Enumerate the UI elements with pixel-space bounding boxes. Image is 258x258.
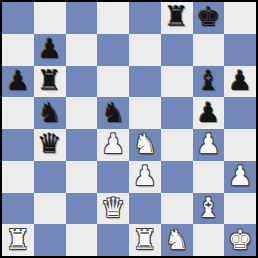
square-f5[interactable] [161,97,193,129]
piece-black-pawn: ♟ [6,67,30,94]
square-d1[interactable] [97,224,129,256]
square-e3[interactable]: ♟ [129,161,161,193]
piece-black-queen: ♛ [38,130,62,157]
square-h2[interactable] [224,193,256,225]
square-g3[interactable] [193,161,225,193]
square-d6[interactable] [97,66,129,98]
square-h1[interactable]: ♚ [224,224,256,256]
chess-board: ♜♚♟♟♜♝♟♞♞♟♛♟♞♟♟♟♛♝♜♜♞♚ [0,0,258,258]
piece-white-rook: ♜ [133,226,157,253]
piece-white-queen: ♛ [101,194,125,221]
square-f2[interactable] [161,193,193,225]
piece-white-knight: ♞ [165,226,189,253]
square-b2[interactable] [34,193,66,225]
square-g7[interactable] [193,34,225,66]
square-c2[interactable] [66,193,98,225]
piece-white-rook: ♜ [6,226,30,253]
square-g5[interactable]: ♟ [193,97,225,129]
square-g1[interactable] [193,224,225,256]
square-e2[interactable] [129,193,161,225]
square-d7[interactable] [97,34,129,66]
square-c3[interactable] [66,161,98,193]
square-e6[interactable] [129,66,161,98]
piece-black-pawn: ♟ [38,35,62,62]
square-h5[interactable] [224,97,256,129]
square-h6[interactable]: ♟ [224,66,256,98]
square-b1[interactable] [34,224,66,256]
square-b7[interactable]: ♟ [34,34,66,66]
piece-white-pawn: ♟ [101,130,125,157]
square-c5[interactable] [66,97,98,129]
square-d3[interactable] [97,161,129,193]
square-c8[interactable] [66,2,98,34]
piece-black-pawn: ♟ [228,67,252,94]
square-a2[interactable] [2,193,34,225]
square-d2[interactable]: ♛ [97,193,129,225]
square-c7[interactable] [66,34,98,66]
piece-white-king: ♚ [228,226,252,253]
square-g2[interactable]: ♝ [193,193,225,225]
square-g4[interactable]: ♟ [193,129,225,161]
square-b6[interactable]: ♜ [34,66,66,98]
square-f4[interactable] [161,129,193,161]
piece-black-bishop: ♝ [196,67,220,94]
square-d8[interactable] [97,2,129,34]
square-e7[interactable] [129,34,161,66]
square-e1[interactable]: ♜ [129,224,161,256]
square-g6[interactable]: ♝ [193,66,225,98]
square-c6[interactable] [66,66,98,98]
square-f1[interactable]: ♞ [161,224,193,256]
square-a6[interactable]: ♟ [2,66,34,98]
square-d5[interactable]: ♞ [97,97,129,129]
square-f3[interactable] [161,161,193,193]
piece-black-rook: ♜ [38,67,62,94]
piece-black-pawn: ♟ [196,99,220,126]
square-a1[interactable]: ♜ [2,224,34,256]
square-b4[interactable]: ♛ [34,129,66,161]
square-h7[interactable] [224,34,256,66]
square-f6[interactable] [161,66,193,98]
square-c1[interactable] [66,224,98,256]
piece-black-king: ♚ [196,3,220,30]
square-e5[interactable] [129,97,161,129]
square-a7[interactable] [2,34,34,66]
piece-white-pawn: ♟ [133,162,157,189]
piece-black-knight: ♞ [38,99,62,126]
square-a4[interactable] [2,129,34,161]
square-e4[interactable]: ♞ [129,129,161,161]
square-a5[interactable] [2,97,34,129]
piece-white-knight: ♞ [133,130,157,157]
square-d4[interactable]: ♟ [97,129,129,161]
chess-diagram: ♜♚♟♟♜♝♟♞♞♟♛♟♞♟♟♟♛♝♜♜♞♚ [0,0,258,258]
square-h4[interactable] [224,129,256,161]
square-a8[interactable] [2,2,34,34]
square-g8[interactable]: ♚ [193,2,225,34]
square-h8[interactable] [224,2,256,34]
piece-white-pawn: ♟ [196,130,220,157]
piece-black-rook: ♜ [165,3,189,30]
square-c4[interactable] [66,129,98,161]
square-b5[interactable]: ♞ [34,97,66,129]
square-f8[interactable]: ♜ [161,2,193,34]
square-b3[interactable] [34,161,66,193]
square-b8[interactable] [34,2,66,34]
square-h3[interactable]: ♟ [224,161,256,193]
piece-white-bishop: ♝ [196,194,220,221]
square-f7[interactable] [161,34,193,66]
piece-black-knight: ♞ [101,99,125,126]
piece-white-pawn: ♟ [228,162,252,189]
square-e8[interactable] [129,2,161,34]
square-a3[interactable] [2,161,34,193]
